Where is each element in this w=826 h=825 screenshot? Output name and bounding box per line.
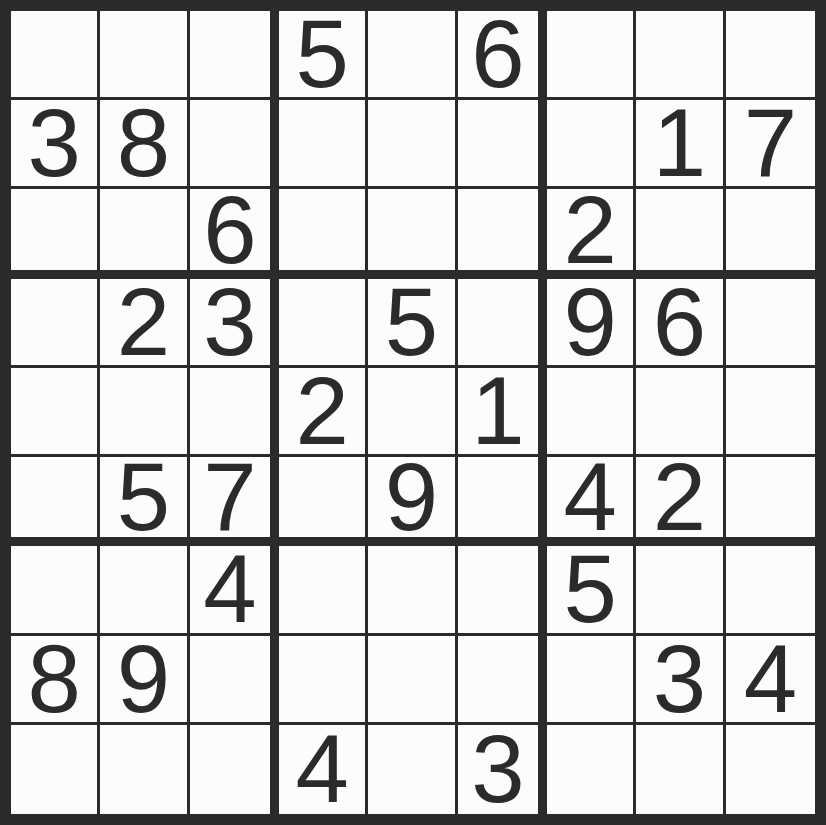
sudoku-cell-r5c5-empty[interactable] xyxy=(368,368,457,457)
sudoku-cell-r6c1-empty[interactable] xyxy=(11,457,100,546)
sudoku-cell-r4c9-empty[interactable] xyxy=(726,279,815,368)
sudoku-cell-r9c8-empty[interactable] xyxy=(636,725,725,814)
sudoku-cell-r3c8-empty[interactable] xyxy=(636,189,725,278)
sudoku-cell-r4c6-empty[interactable] xyxy=(458,279,547,368)
sudoku-cell-r4c3-given[interactable]: 3 xyxy=(190,279,279,368)
sudoku-cell-r3c6-empty[interactable] xyxy=(458,189,547,278)
sudoku-cell-r5c3-empty[interactable] xyxy=(190,368,279,457)
sudoku-cell-r5c9-empty[interactable] xyxy=(726,368,815,457)
sudoku-cell-r6c3-given[interactable]: 7 xyxy=(190,457,279,546)
sudoku-cell-r7c8-empty[interactable] xyxy=(636,546,725,635)
sudoku-cell-r4c5-given[interactable]: 5 xyxy=(368,279,457,368)
sudoku-cell-r9c3-empty[interactable] xyxy=(190,725,279,814)
sudoku-cell-r6c9-empty[interactable] xyxy=(726,457,815,546)
sudoku-cell-r7c1-empty[interactable] xyxy=(11,546,100,635)
sudoku-cell-r2c2-given[interactable]: 8 xyxy=(100,100,189,189)
sudoku-cell-r1c8-empty[interactable] xyxy=(636,11,725,100)
sudoku-board: 5638176223596215794245893443 xyxy=(0,0,826,825)
sudoku-cell-r2c9-given[interactable]: 7 xyxy=(726,100,815,189)
sudoku-cell-r8c7-empty[interactable] xyxy=(547,636,636,725)
sudoku-cell-r7c9-empty[interactable] xyxy=(726,546,815,635)
sudoku-cell-r2c6-empty[interactable] xyxy=(458,100,547,189)
sudoku-cell-r3c5-empty[interactable] xyxy=(368,189,457,278)
sudoku-cell-r6c6-empty[interactable] xyxy=(458,457,547,546)
sudoku-cell-r6c2-given[interactable]: 5 xyxy=(100,457,189,546)
sudoku-cell-r6c5-given[interactable]: 9 xyxy=(368,457,457,546)
sudoku-cell-r3c3-given[interactable]: 6 xyxy=(190,189,279,278)
sudoku-cell-r1c9-empty[interactable] xyxy=(726,11,815,100)
sudoku-cell-r8c2-given[interactable]: 9 xyxy=(100,636,189,725)
sudoku-cell-r3c7-given[interactable]: 2 xyxy=(547,189,636,278)
sudoku-cell-r4c2-given[interactable]: 2 xyxy=(100,279,189,368)
sudoku-cell-r5c2-empty[interactable] xyxy=(100,368,189,457)
sudoku-cell-r1c6-given[interactable]: 6 xyxy=(458,11,547,100)
sudoku-cell-r8c5-empty[interactable] xyxy=(368,636,457,725)
sudoku-cell-r7c6-empty[interactable] xyxy=(458,546,547,635)
sudoku-cell-r1c7-empty[interactable] xyxy=(547,11,636,100)
sudoku-cell-r4c1-empty[interactable] xyxy=(11,279,100,368)
sudoku-cell-r9c2-empty[interactable] xyxy=(100,725,189,814)
sudoku-cell-r2c8-given[interactable]: 1 xyxy=(636,100,725,189)
sudoku-cell-r5c6-given[interactable]: 1 xyxy=(458,368,547,457)
sudoku-cell-r8c8-given[interactable]: 3 xyxy=(636,636,725,725)
sudoku-cell-r7c2-empty[interactable] xyxy=(100,546,189,635)
sudoku-cell-r3c2-empty[interactable] xyxy=(100,189,189,278)
sudoku-cell-r8c6-empty[interactable] xyxy=(458,636,547,725)
sudoku-cell-r3c9-empty[interactable] xyxy=(726,189,815,278)
sudoku-cell-r5c4-given[interactable]: 2 xyxy=(279,368,368,457)
sudoku-cell-r1c1-empty[interactable] xyxy=(11,11,100,100)
sudoku-cell-r2c4-empty[interactable] xyxy=(279,100,368,189)
sudoku-cell-r7c5-empty[interactable] xyxy=(368,546,457,635)
sudoku-cell-r7c3-given[interactable]: 4 xyxy=(190,546,279,635)
sudoku-cell-r1c2-empty[interactable] xyxy=(100,11,189,100)
sudoku-cell-r5c1-empty[interactable] xyxy=(11,368,100,457)
sudoku-cell-r8c1-given[interactable]: 8 xyxy=(11,636,100,725)
sudoku-cell-r6c7-given[interactable]: 4 xyxy=(547,457,636,546)
sudoku-cell-r8c4-empty[interactable] xyxy=(279,636,368,725)
sudoku-cell-r1c4-given[interactable]: 5 xyxy=(279,11,368,100)
sudoku-cell-r4c8-given[interactable]: 6 xyxy=(636,279,725,368)
sudoku-cell-r5c7-empty[interactable] xyxy=(547,368,636,457)
sudoku-cell-r3c4-empty[interactable] xyxy=(279,189,368,278)
sudoku-cell-r5c8-empty[interactable] xyxy=(636,368,725,457)
sudoku-cell-r1c3-empty[interactable] xyxy=(190,11,279,100)
sudoku-cell-r4c4-empty[interactable] xyxy=(279,279,368,368)
sudoku-cell-r9c4-given[interactable]: 4 xyxy=(279,725,368,814)
sudoku-cell-r9c1-empty[interactable] xyxy=(11,725,100,814)
sudoku-cell-r8c9-given[interactable]: 4 xyxy=(726,636,815,725)
sudoku-cell-r2c3-empty[interactable] xyxy=(190,100,279,189)
sudoku-cell-r9c5-empty[interactable] xyxy=(368,725,457,814)
sudoku-cell-r7c4-empty[interactable] xyxy=(279,546,368,635)
sudoku-cell-r8c3-empty[interactable] xyxy=(190,636,279,725)
sudoku-cell-r2c7-empty[interactable] xyxy=(547,100,636,189)
sudoku-cell-r4c7-given[interactable]: 9 xyxy=(547,279,636,368)
sudoku-cell-r9c9-empty[interactable] xyxy=(726,725,815,814)
sudoku-cell-r6c4-empty[interactable] xyxy=(279,457,368,546)
sudoku-cell-r6c8-given[interactable]: 2 xyxy=(636,457,725,546)
sudoku-cell-r9c7-empty[interactable] xyxy=(547,725,636,814)
sudoku-cell-r3c1-empty[interactable] xyxy=(11,189,100,278)
sudoku-cell-r2c1-given[interactable]: 3 xyxy=(11,100,100,189)
sudoku-cell-r7c7-given[interactable]: 5 xyxy=(547,546,636,635)
sudoku-cell-r1c5-empty[interactable] xyxy=(368,11,457,100)
sudoku-cell-r2c5-empty[interactable] xyxy=(368,100,457,189)
sudoku-cell-r9c6-given[interactable]: 3 xyxy=(458,725,547,814)
